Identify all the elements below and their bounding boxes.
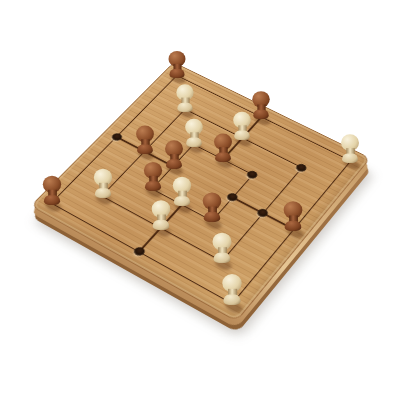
peg-light-d6[interactable] [233,112,251,140]
peg-foot [234,131,250,140]
peg-dark-e3[interactable] [203,193,222,223]
peg-light-c5[interactable] [185,119,203,147]
peg-foot [153,220,169,230]
peg-light-b6[interactable] [176,84,193,112]
peg-dark-a7[interactable] [169,51,186,78]
peg-dark-d5[interactable] [214,133,232,161]
peg-foot [342,153,358,163]
peg-foot [213,252,230,262]
peg-foot [215,152,231,161]
peg-dark-b4[interactable] [136,125,154,153]
peg-dark-g4[interactable] [284,201,303,231]
peg-light-b2[interactable] [93,169,111,198]
peg-dark-a1[interactable] [43,176,61,205]
peg-foot [204,212,220,222]
peg-foot [285,221,302,231]
peg-light-g1[interactable] [222,274,241,305]
peg-foot [145,181,161,191]
peg-light-d2[interactable] [152,200,171,230]
peg-foot [170,69,185,78]
peg-foot [177,102,192,111]
peg-foot [223,295,240,305]
product-photo-stage [0,0,400,400]
peg-light-d3[interactable] [173,177,191,206]
peg-foot [174,197,190,207]
peg-foot [94,188,110,198]
peg-light-f2[interactable] [212,232,231,262]
peg-foot [44,195,60,205]
peg-foot [186,137,202,146]
peg-dark-d7[interactable] [252,91,269,119]
peg-foot [137,144,153,153]
peg-light-g7[interactable] [341,134,359,163]
peg-dark-c4[interactable] [165,140,183,169]
pegs-layer [0,0,400,400]
peg-foot [253,110,268,119]
peg-foot [166,159,182,169]
peg-dark-c3[interactable] [144,162,162,191]
